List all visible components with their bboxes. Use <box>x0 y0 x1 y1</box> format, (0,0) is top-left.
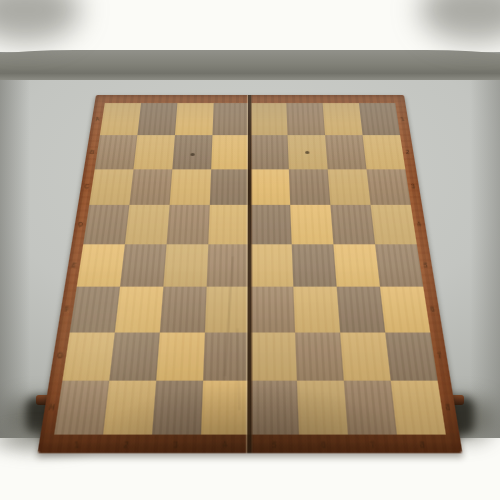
square-b1[interactable] <box>103 381 156 435</box>
coordinate-mark: 2 <box>406 148 410 154</box>
square-h6[interactable] <box>366 169 410 205</box>
square-f1[interactable] <box>297 381 348 435</box>
coordinate-mark: 1 <box>400 116 406 122</box>
square-c2[interactable] <box>156 332 205 381</box>
square-b7[interactable] <box>134 135 175 169</box>
coordinate-mark: G <box>56 351 63 361</box>
square-d8[interactable] <box>212 103 250 135</box>
square-a7[interactable] <box>95 135 138 169</box>
square-c3[interactable] <box>160 286 207 331</box>
square-f2[interactable] <box>295 332 344 381</box>
square-b3[interactable] <box>115 286 164 331</box>
square-e2[interactable] <box>250 332 297 381</box>
square-g7[interactable] <box>325 135 366 169</box>
square-d5[interactable] <box>208 205 250 244</box>
coordinate-mark: E <box>71 261 78 269</box>
square-g1[interactable] <box>344 381 397 435</box>
square-g6[interactable] <box>328 169 371 205</box>
square-d6[interactable] <box>210 169 250 205</box>
coordinate-mark: 6 <box>430 304 436 312</box>
coordinate-mark: 5 <box>272 438 278 449</box>
square-h1[interactable] <box>391 381 446 435</box>
square-h8[interactable] <box>359 103 400 135</box>
square-a6[interactable] <box>89 169 133 205</box>
square-h2[interactable] <box>385 332 438 381</box>
coordinate-mark: 3 <box>174 439 179 449</box>
square-g2[interactable] <box>340 332 391 381</box>
coordinate-mark: 6 <box>321 439 327 449</box>
chessboard: ABCDEFGH 12345678 12345678 <box>37 95 462 453</box>
square-g3[interactable] <box>337 286 386 331</box>
coordinate-mark: H <box>48 402 56 412</box>
coordinate-mark: 7 <box>370 438 377 449</box>
coordinate-mark: 8 <box>446 402 451 412</box>
square-e8[interactable] <box>250 103 288 135</box>
coordinate-mark: C <box>84 183 89 190</box>
square-a1[interactable] <box>54 381 109 435</box>
coordinate-mark: 8 <box>420 438 425 449</box>
square-c1[interactable] <box>152 381 203 435</box>
square-g5[interactable] <box>330 205 375 244</box>
square-h3[interactable] <box>380 286 430 331</box>
square-a3[interactable] <box>70 286 120 331</box>
square-f8[interactable] <box>286 103 325 135</box>
square-e1[interactable] <box>250 381 299 435</box>
coordinate-mark: 7 <box>437 351 444 361</box>
square-a2[interactable] <box>62 332 115 381</box>
coordinate-mark: 5 <box>424 261 428 269</box>
square-b5[interactable] <box>125 205 170 244</box>
square-f6[interactable] <box>289 169 331 205</box>
square-a4[interactable] <box>77 244 125 286</box>
coordinate-mark: F <box>65 304 70 312</box>
square-e5[interactable] <box>250 205 292 244</box>
square-f4[interactable] <box>292 244 337 286</box>
square-b6[interactable] <box>129 169 172 205</box>
coordinate-mark: 4 <box>222 438 228 449</box>
square-e3[interactable] <box>250 286 295 331</box>
square-h5[interactable] <box>371 205 417 244</box>
square-f3[interactable] <box>293 286 340 331</box>
wood-knot <box>305 151 309 154</box>
square-d1[interactable] <box>201 381 250 435</box>
coordinate-mark: B <box>89 148 95 155</box>
square-a8[interactable] <box>100 103 141 135</box>
square-c4[interactable] <box>163 244 208 286</box>
coordinate-mark: D <box>78 220 84 228</box>
square-e4[interactable] <box>250 244 293 286</box>
windowsill-edge <box>0 50 500 80</box>
square-a5[interactable] <box>83 205 129 244</box>
top-right-shade <box>420 0 500 42</box>
square-g8[interactable] <box>323 103 363 135</box>
square-c5[interactable] <box>167 205 210 244</box>
square-d4[interactable] <box>207 244 250 286</box>
square-h4[interactable] <box>375 244 423 286</box>
square-d7[interactable] <box>211 135 250 169</box>
coordinate-mark: 3 <box>411 183 416 190</box>
coordinate-mark: 1 <box>75 438 80 449</box>
square-b2[interactable] <box>109 332 160 381</box>
top-left-shade <box>0 0 80 42</box>
coordinate-mark: A <box>95 116 100 122</box>
square-h7[interactable] <box>363 135 406 169</box>
square-b8[interactable] <box>137 103 177 135</box>
square-c6[interactable] <box>170 169 212 205</box>
square-c7[interactable] <box>172 135 212 169</box>
coordinate-mark: 4 <box>416 221 422 229</box>
fold-seam <box>246 95 253 453</box>
square-e7[interactable] <box>250 135 289 169</box>
photo: ABCDEFGH 12345678 12345678 <box>0 0 500 500</box>
coordinate-mark: 2 <box>123 438 130 449</box>
square-g4[interactable] <box>333 244 380 286</box>
square-f5[interactable] <box>290 205 333 244</box>
square-c8[interactable] <box>175 103 214 135</box>
square-b4[interactable] <box>120 244 167 286</box>
square-e6[interactable] <box>250 169 290 205</box>
